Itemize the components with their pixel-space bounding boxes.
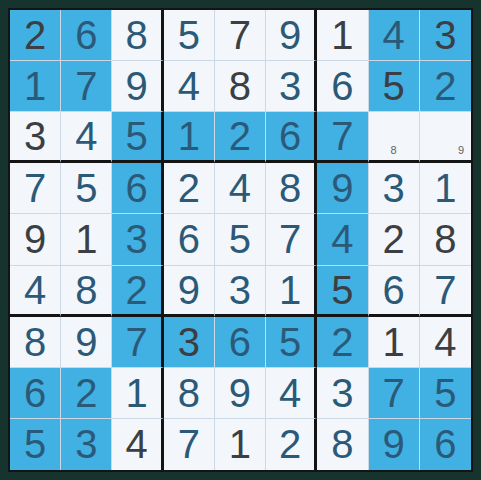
cell-r7c5[interactable]: 6	[215, 317, 266, 368]
cell-r4c5[interactable]: 4	[215, 163, 266, 214]
entered-digit: 6	[229, 322, 251, 362]
cell-r3c3[interactable]: 5	[112, 112, 163, 163]
cell-r7c3[interactable]: 7	[112, 317, 163, 368]
cell-r1c1[interactable]: 2	[10, 10, 61, 61]
cell-r1c9[interactable]: 3	[420, 10, 471, 61]
entered-digit: 7	[279, 219, 301, 259]
cell-r9c6[interactable]: 2	[266, 419, 317, 470]
given-digit: 3	[24, 116, 46, 156]
cell-r4c9[interactable]: 1	[420, 163, 471, 214]
entered-digit: 1	[178, 116, 200, 156]
entered-digit: 9	[178, 270, 200, 310]
cell-r9c1[interactable]: 5	[10, 419, 61, 470]
entered-digit: 5	[178, 15, 200, 55]
entered-digit: 6	[178, 219, 200, 259]
entered-digit: 7	[125, 322, 147, 362]
cell-r8c5[interactable]: 9	[215, 368, 266, 419]
cell-r8c2[interactable]: 2	[61, 368, 112, 419]
pencil-marks: 9	[422, 114, 469, 158]
cell-r9c8[interactable]: 9	[369, 419, 420, 470]
cell-r8c7[interactable]: 3	[317, 368, 368, 419]
cell-r4c2[interactable]: 5	[61, 163, 112, 214]
cell-r8c4[interactable]: 8	[164, 368, 215, 419]
given-digit: 1	[331, 15, 353, 55]
entered-digit: 5	[279, 322, 301, 362]
entered-digit: 2	[279, 424, 301, 464]
entered-digit: 9	[279, 15, 301, 55]
entered-digit: 4	[331, 219, 353, 259]
given-digit: 5	[331, 270, 353, 310]
cell-r2c8[interactable]: 5	[369, 61, 420, 112]
given-digit: 8	[229, 66, 251, 106]
cell-r5c3[interactable]: 3	[112, 214, 163, 265]
cell-r6c8[interactable]: 6	[369, 266, 420, 317]
cell-r3c4[interactable]: 1	[164, 112, 215, 163]
cell-r6c9[interactable]: 7	[420, 266, 471, 317]
cell-r5c6[interactable]: 7	[266, 214, 317, 265]
cell-r9c4[interactable]: 7	[164, 419, 215, 470]
cell-r8c6[interactable]: 4	[266, 368, 317, 419]
entered-digit: 5	[125, 116, 147, 156]
cell-r2c9[interactable]: 2	[420, 61, 471, 112]
entered-digit: 3	[75, 424, 97, 464]
given-digit: 1	[383, 322, 405, 362]
entered-digit: 9	[229, 373, 251, 413]
cell-r7c1[interactable]: 8	[10, 317, 61, 368]
cell-r2c2[interactable]: 7	[61, 61, 112, 112]
entered-digit: 1	[434, 168, 456, 208]
cell-r6c1[interactable]: 4	[10, 266, 61, 317]
cell-r5c8[interactable]: 2	[369, 214, 420, 265]
entered-digit: 7	[24, 168, 46, 208]
entered-digit: 3	[125, 219, 147, 259]
entered-digit: 4	[178, 66, 200, 106]
entered-digit: 3	[279, 66, 301, 106]
cell-r5c9[interactable]: 8	[420, 214, 471, 265]
cell-r1c8[interactable]: 4	[369, 10, 420, 61]
cell-r2c7[interactable]: 6	[317, 61, 368, 112]
given-digit: 1	[75, 219, 97, 259]
entered-digit: 1	[279, 270, 301, 310]
cell-r3c6[interactable]: 6	[266, 112, 317, 163]
entered-digit: 2	[331, 322, 353, 362]
entered-digit: 2	[434, 66, 456, 106]
cell-r1c5[interactable]: 7	[215, 10, 266, 61]
entered-digit: 4	[24, 270, 46, 310]
cell-r8c1[interactable]: 6	[10, 368, 61, 419]
cell-r5c5[interactable]: 5	[215, 214, 266, 265]
given-digit: 4	[125, 424, 147, 464]
cell-r3c9[interactable]: 9	[420, 112, 471, 163]
cell-r6c3[interactable]: 2	[112, 266, 163, 317]
entered-digit: 7	[331, 116, 353, 156]
cell-r6c6[interactable]: 1	[266, 266, 317, 317]
cell-r9c5[interactable]: 1	[215, 419, 266, 470]
cell-r7c4[interactable]: 3	[164, 317, 215, 368]
cell-r3c5[interactable]: 2	[215, 112, 266, 163]
cell-r1c7[interactable]: 1	[317, 10, 368, 61]
entered-digit: 2	[178, 168, 200, 208]
entered-digit: 8	[279, 168, 301, 208]
entered-digit: 8	[125, 15, 147, 55]
cell-r5c1[interactable]: 9	[10, 214, 61, 265]
cell-r7c8[interactable]: 1	[369, 317, 420, 368]
given-digit: 9	[24, 219, 46, 259]
entered-digit: 8	[75, 270, 97, 310]
given-digit: 1	[229, 424, 251, 464]
cell-r7c2[interactable]: 9	[61, 317, 112, 368]
given-digit: 4	[434, 322, 456, 362]
cell-r5c2[interactable]: 1	[61, 214, 112, 265]
entered-digit: 6	[75, 15, 97, 55]
given-digit: 2	[24, 15, 46, 55]
entered-digit: 5	[75, 168, 97, 208]
cell-r4c8[interactable]: 3	[369, 163, 420, 214]
entered-digit: 8	[331, 424, 353, 464]
entered-digit: 4	[383, 15, 405, 55]
pencil-mark-9: 9	[453, 144, 469, 159]
given-digit: 5	[383, 66, 405, 106]
cell-r1c4[interactable]: 5	[164, 10, 215, 61]
entered-digit: 6	[125, 168, 147, 208]
entered-digit: 5	[434, 373, 456, 413]
entered-digit: 6	[331, 66, 353, 106]
cell-r5c7[interactable]: 4	[317, 214, 368, 265]
entered-digit: 8	[24, 322, 46, 362]
cell-r9c2[interactable]: 3	[61, 419, 112, 470]
cell-r4c4[interactable]: 2	[164, 163, 215, 214]
entered-digit: 7	[75, 66, 97, 106]
entered-digit: 4	[279, 373, 301, 413]
cell-r4c1[interactable]: 7	[10, 163, 61, 214]
cell-r4c3[interactable]: 6	[112, 163, 163, 214]
app-background: { "game": "sudoku", "position": "2685791…	[0, 0, 481, 480]
cell-r1c6[interactable]: 9	[266, 10, 317, 61]
cell-r2c1[interactable]: 1	[10, 61, 61, 112]
entered-digit: 9	[125, 66, 147, 106]
cell-r6c2[interactable]: 8	[61, 266, 112, 317]
entered-digit: 3	[383, 168, 405, 208]
given-digit: 3	[178, 322, 200, 362]
cell-r5c4[interactable]: 6	[164, 214, 215, 265]
cell-r2c3[interactable]: 9	[112, 61, 163, 112]
cell-r3c8[interactable]: 8	[369, 112, 420, 163]
cell-r8c9[interactable]: 5	[420, 368, 471, 419]
given-digit: 7	[229, 15, 251, 55]
entered-digit: 7	[383, 373, 405, 413]
cell-r2c6[interactable]: 3	[266, 61, 317, 112]
entered-digit: 9	[331, 168, 353, 208]
entered-digit: 6	[383, 270, 405, 310]
cell-r9c7[interactable]: 8	[317, 419, 368, 470]
given-digit: 8	[434, 219, 456, 259]
entered-digit: 3	[229, 270, 251, 310]
given-digit: 2	[383, 219, 405, 259]
cell-r7c7[interactable]: 2	[317, 317, 368, 368]
entered-digit: 8	[178, 373, 200, 413]
entered-digit: 4	[229, 168, 251, 208]
cell-r1c3[interactable]: 8	[112, 10, 163, 61]
entered-digit: 6	[279, 116, 301, 156]
cell-r2c5[interactable]: 8	[215, 61, 266, 112]
given-digit: 3	[434, 15, 456, 55]
cell-r8c3[interactable]: 1	[112, 368, 163, 419]
entered-digit: 9	[75, 322, 97, 362]
cell-r8c8[interactable]: 7	[369, 368, 420, 419]
cell-r3c2[interactable]: 4	[61, 112, 112, 163]
entered-digit: 9	[383, 424, 405, 464]
cell-r7c6[interactable]: 5	[266, 317, 317, 368]
entered-digit: 5	[24, 424, 46, 464]
cell-r2c4[interactable]: 4	[164, 61, 215, 112]
cell-r3c7[interactable]: 7	[317, 112, 368, 163]
cell-r6c4[interactable]: 9	[164, 266, 215, 317]
entered-digit: 6	[434, 424, 456, 464]
cell-r1c2[interactable]: 6	[61, 10, 112, 61]
cell-r6c5[interactable]: 3	[215, 266, 266, 317]
cell-r6c7[interactable]: 5	[317, 266, 368, 317]
cell-r4c7[interactable]: 9	[317, 163, 368, 214]
sudoku-board: 2685791431794836523451267897562489319136…	[8, 8, 473, 472]
entered-digit: 4	[75, 116, 97, 156]
cell-r3c1[interactable]: 3	[10, 112, 61, 163]
entered-digit: 7	[178, 424, 200, 464]
cell-r7c9[interactable]: 4	[420, 317, 471, 368]
entered-digit: 7	[434, 270, 456, 310]
entered-digit: 2	[75, 373, 97, 413]
entered-digit: 5	[229, 219, 251, 259]
cell-r9c3[interactable]: 4	[112, 419, 163, 470]
pencil-marks: 8	[371, 114, 417, 158]
entered-digit: 3	[331, 373, 353, 413]
entered-digit: 2	[229, 116, 251, 156]
entered-digit: 2	[125, 270, 147, 310]
pencil-mark-8: 8	[386, 144, 401, 159]
entered-digit: 6	[24, 373, 46, 413]
cell-r9c9[interactable]: 6	[420, 419, 471, 470]
cell-r4c6[interactable]: 8	[266, 163, 317, 214]
entered-digit: 1	[24, 66, 46, 106]
entered-digit: 1	[125, 373, 147, 413]
